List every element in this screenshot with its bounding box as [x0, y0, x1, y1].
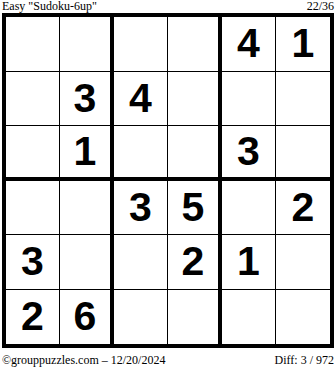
cell-r5c4[interactable]: 2 [168, 235, 222, 290]
difficulty-rating: Diff: 3 / 972 [275, 353, 334, 368]
cell-r6c6[interactable] [276, 290, 330, 345]
cell-r4c2[interactable] [60, 181, 114, 236]
cell-r3c5[interactable]: 3 [222, 126, 276, 181]
cell-r2c6[interactable] [276, 72, 330, 127]
cell-r1c1[interactable] [6, 17, 60, 72]
cell-r5c5[interactable]: 1 [222, 235, 276, 290]
cell-r2c2[interactable]: 3 [60, 72, 114, 127]
cell-r6c2[interactable]: 6 [60, 290, 114, 345]
cell-r4c5[interactable] [222, 181, 276, 236]
sudoku-grid: 41341335232126 [2, 13, 334, 348]
puzzle-page: Easy "Sudoku-6up" 22/36 41341335232126 ©… [0, 0, 336, 370]
cell-r4c6[interactable]: 2 [276, 181, 330, 236]
cell-r1c5[interactable]: 4 [222, 17, 276, 72]
cell-r4c4[interactable]: 5 [168, 181, 222, 236]
cell-r2c4[interactable] [168, 72, 222, 127]
cell-r3c2[interactable]: 1 [60, 126, 114, 181]
cell-r5c1[interactable]: 3 [6, 235, 60, 290]
cell-r5c6[interactable] [276, 235, 330, 290]
cell-r4c1[interactable] [6, 181, 60, 236]
cell-r1c4[interactable] [168, 17, 222, 72]
cell-r6c4[interactable] [168, 290, 222, 345]
cell-r6c3[interactable] [114, 290, 168, 345]
cell-r6c1[interactable]: 2 [6, 290, 60, 345]
cell-r3c3[interactable] [114, 126, 168, 181]
cell-r3c1[interactable] [6, 126, 60, 181]
cell-r1c3[interactable] [114, 17, 168, 72]
cell-r5c3[interactable] [114, 235, 168, 290]
header: Easy "Sudoku-6up" 22/36 [2, 0, 334, 13]
cell-r1c2[interactable] [60, 17, 114, 72]
cell-r2c1[interactable] [6, 72, 60, 127]
cell-r4c3[interactable]: 3 [114, 181, 168, 236]
cell-r2c5[interactable] [222, 72, 276, 127]
footer: ©grouppuzzles.com – 12/20/2024 Diff: 3 /… [2, 353, 334, 369]
empty-cell-count: 22/36 [307, 0, 334, 13]
cell-r1c6[interactable]: 1 [276, 17, 330, 72]
cell-r3c6[interactable] [276, 126, 330, 181]
cell-r5c2[interactable] [60, 235, 114, 290]
puzzle-title: Easy "Sudoku-6up" [2, 0, 97, 13]
cell-r3c4[interactable] [168, 126, 222, 181]
cell-r2c3[interactable]: 4 [114, 72, 168, 127]
copyright-text: ©grouppuzzles.com – 12/20/2024 [2, 353, 165, 368]
cell-r6c5[interactable] [222, 290, 276, 345]
